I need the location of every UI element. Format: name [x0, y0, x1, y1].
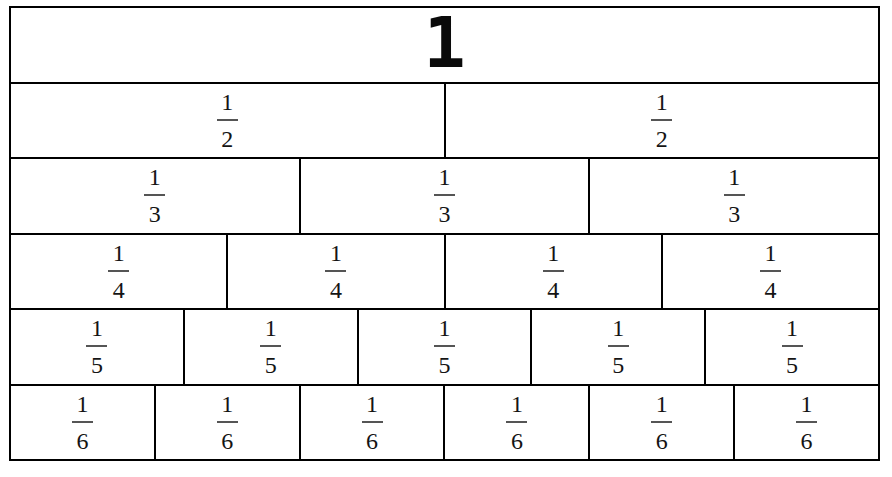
fraction-denominator: 5 [86, 347, 107, 377]
fraction-label: 13 [724, 165, 745, 226]
fraction-label: 16 [72, 392, 93, 453]
cell-1-over-6: 16 [735, 386, 878, 460]
fraction-numerator: 1 [724, 165, 745, 194]
fraction-numerator: 1 [434, 316, 455, 345]
fraction-label: 15 [782, 316, 803, 377]
cell-1-over-3: 13 [11, 159, 301, 233]
fraction-numerator: 1 [86, 316, 107, 345]
fraction-denominator: 5 [260, 347, 281, 377]
fraction-label: 14 [108, 241, 129, 302]
fraction-denominator: 5 [608, 347, 629, 377]
fraction-label: 13 [144, 165, 165, 226]
fraction-label: 12 [217, 90, 238, 151]
fraction-label: 14 [543, 241, 564, 302]
cell-1-over-6: 16 [301, 386, 446, 460]
whole-cell: 1 [11, 8, 878, 82]
fraction-label: 16 [506, 392, 527, 453]
fraction-denominator: 3 [434, 196, 455, 226]
cell-1-over-6: 16 [11, 386, 156, 460]
fraction-numerator: 1 [651, 392, 672, 421]
fraction-denominator: 6 [217, 423, 238, 453]
fraction-wall-grid: 1121213131314141414151515151516161616161… [9, 6, 880, 461]
fraction-denominator: 3 [144, 196, 165, 226]
fraction-label: 12 [651, 90, 672, 151]
fraction-numerator: 1 [108, 241, 129, 270]
cell-1-over-3: 13 [590, 159, 878, 233]
cell-1-over-2: 12 [11, 84, 446, 158]
fraction-numerator: 1 [260, 316, 281, 345]
cell-1-over-6: 16 [590, 386, 735, 460]
row-2ths: 1212 [11, 82, 878, 158]
fraction-numerator: 1 [608, 316, 629, 345]
fraction-numerator: 1 [217, 392, 238, 421]
row-3ths: 131313 [11, 157, 878, 233]
fraction-denominator: 6 [506, 423, 527, 453]
fraction-numerator: 1 [782, 316, 803, 345]
fraction-numerator: 1 [434, 165, 455, 194]
fraction-label: 15 [260, 316, 281, 377]
fraction-denominator: 4 [325, 272, 346, 302]
row-5ths: 1515151515 [11, 308, 878, 384]
fraction-label: 16 [651, 392, 672, 453]
fraction-numerator: 1 [325, 241, 346, 270]
fraction-label: 15 [434, 316, 455, 377]
fraction-numerator: 1 [144, 165, 165, 194]
cell-1-over-4: 14 [228, 235, 445, 309]
fraction-label: 14 [760, 241, 781, 302]
fraction-label: 15 [86, 316, 107, 377]
whole-label: 1 [423, 8, 465, 78]
cell-1-over-4: 14 [663, 235, 878, 309]
fraction-label: 15 [608, 316, 629, 377]
cell-1-over-5: 15 [706, 310, 878, 384]
fraction-denominator: 2 [217, 121, 238, 151]
fraction-numerator: 1 [543, 241, 564, 270]
fraction-denominator: 5 [434, 347, 455, 377]
fraction-wall-diagram: 1121213131314141414151515151516161616161… [0, 0, 892, 477]
fraction-label: 14 [325, 241, 346, 302]
cell-1-over-3: 13 [301, 159, 591, 233]
fraction-denominator: 5 [782, 347, 803, 377]
cell-1-over-5: 15 [185, 310, 359, 384]
fraction-numerator: 1 [362, 392, 383, 421]
row-4ths: 14141414 [11, 233, 878, 309]
fraction-denominator: 6 [362, 423, 383, 453]
cell-1-over-6: 16 [445, 386, 590, 460]
fraction-label: 16 [217, 392, 238, 453]
cell-1-over-4: 14 [11, 235, 228, 309]
fraction-denominator: 4 [108, 272, 129, 302]
fraction-numerator: 1 [760, 241, 781, 270]
fraction-denominator: 4 [543, 272, 564, 302]
fraction-numerator: 1 [796, 392, 817, 421]
fraction-numerator: 1 [651, 90, 672, 119]
fraction-label: 16 [796, 392, 817, 453]
fraction-numerator: 1 [506, 392, 527, 421]
cell-1-over-6: 16 [156, 386, 301, 460]
cell-1-over-5: 15 [532, 310, 706, 384]
fraction-denominator: 3 [724, 196, 745, 226]
fraction-denominator: 6 [72, 423, 93, 453]
row-whole: 1 [11, 8, 878, 82]
row-6ths: 161616161616 [11, 384, 878, 460]
cell-1-over-5: 15 [359, 310, 533, 384]
fraction-denominator: 2 [651, 121, 672, 151]
cell-1-over-4: 14 [446, 235, 663, 309]
fraction-denominator: 4 [760, 272, 781, 302]
fraction-label: 13 [434, 165, 455, 226]
fraction-denominator: 6 [796, 423, 817, 453]
fraction-numerator: 1 [217, 90, 238, 119]
fraction-label: 16 [362, 392, 383, 453]
cell-1-over-2: 12 [446, 84, 879, 158]
fraction-denominator: 6 [651, 423, 672, 453]
fraction-numerator: 1 [72, 392, 93, 421]
cell-1-over-5: 15 [11, 310, 185, 384]
